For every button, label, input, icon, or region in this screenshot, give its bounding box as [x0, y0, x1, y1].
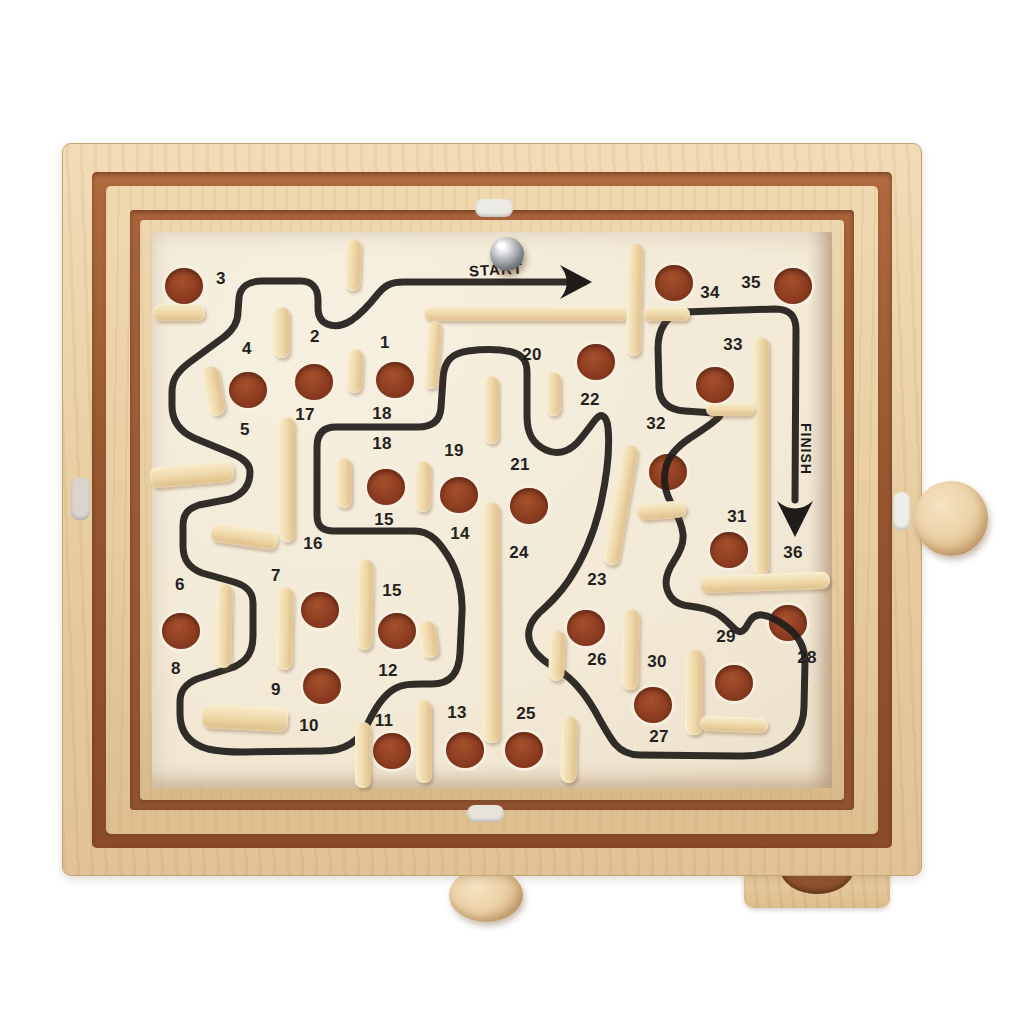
- hole-number: 28: [797, 648, 817, 668]
- wall-stick: [753, 337, 769, 575]
- hole-number: 14: [450, 524, 470, 544]
- maze-hole: [769, 605, 807, 641]
- hole-number: 29: [716, 627, 736, 647]
- maze-hole: [295, 364, 333, 400]
- wall-stick: [483, 502, 500, 743]
- maze-hole: [303, 668, 341, 704]
- hole-number: 24: [509, 543, 529, 563]
- hole-number: 2: [310, 327, 320, 347]
- maze-hole: [373, 733, 411, 769]
- gimbal-pivot-top: [475, 199, 513, 217]
- steel-ball: [490, 237, 524, 271]
- hole-number: 31: [727, 507, 747, 527]
- hole-number: 27: [649, 727, 669, 747]
- hole-number: 26: [587, 650, 607, 670]
- maze-hole: [577, 344, 615, 380]
- maze-hole: [567, 610, 605, 646]
- maze-hole: [376, 362, 414, 398]
- hole-number: 18: [372, 434, 392, 454]
- maze-hole: [301, 592, 339, 628]
- wall-stick: [201, 704, 288, 732]
- wall-stick: [484, 376, 499, 444]
- hole-number: 9: [271, 680, 281, 700]
- hole-number: 15: [374, 510, 394, 530]
- hole-number: 4: [242, 339, 252, 359]
- wall-stick: [621, 609, 639, 690]
- hole-number: 23: [587, 570, 607, 590]
- wall-stick: [344, 239, 362, 292]
- wall-stick: [424, 306, 628, 321]
- hole-number: 5: [240, 420, 250, 440]
- hole-number: 20: [522, 345, 542, 365]
- maze-hole: [774, 268, 812, 304]
- hole-number: 18: [372, 404, 392, 424]
- maze-hole: [634, 687, 672, 723]
- hole-number: 22: [580, 390, 600, 410]
- maze-hole: [649, 454, 687, 490]
- hole-number: 7: [271, 566, 281, 586]
- hole-number: 10: [299, 716, 319, 736]
- hole-number: 11: [375, 711, 394, 731]
- floor-shading: [808, 232, 832, 788]
- hole-number: 19: [444, 441, 464, 461]
- maze-hole: [696, 367, 734, 403]
- wall-stick: [336, 458, 352, 508]
- hole-number: 16: [303, 534, 323, 554]
- labyrinth-board-photo: START FINISH 123456789101112131415151617…: [0, 0, 1024, 1024]
- hole-number: 6: [175, 575, 185, 595]
- wall-stick: [355, 722, 371, 788]
- hole-number: 30: [647, 652, 667, 672]
- gimbal-pivot-left: [71, 478, 90, 520]
- hole-number: 35: [741, 273, 761, 293]
- wall-stick: [560, 716, 577, 783]
- maze-hole: [229, 372, 267, 408]
- hole-number: 36: [783, 543, 803, 563]
- hole-number: 32: [646, 414, 666, 434]
- wall-stick: [279, 417, 295, 542]
- wall-stick: [416, 700, 432, 783]
- wall-stick: [415, 461, 432, 512]
- hole-number: 3: [216, 269, 226, 289]
- wall-stick: [643, 307, 690, 321]
- wall-stick: [700, 716, 768, 733]
- maze-hole: [440, 477, 478, 513]
- maze-hole: [446, 732, 484, 768]
- finish-label: FINISH: [798, 419, 814, 479]
- hole-number: 25: [516, 704, 536, 724]
- hole-number: 33: [723, 335, 743, 355]
- hole-number: 21: [510, 455, 530, 475]
- maze-hole: [710, 532, 748, 568]
- hole-number: 1: [380, 333, 390, 353]
- maze-hole: [165, 268, 203, 304]
- tilt-knob-bottom[interactable]: [449, 868, 523, 922]
- hole-number: 8: [171, 659, 181, 679]
- hole-number: 15: [382, 581, 402, 601]
- hole-number: 17: [295, 405, 315, 425]
- wall-stick: [273, 307, 290, 358]
- wall-stick: [546, 372, 561, 416]
- wall-stick: [548, 630, 566, 682]
- maze-hole: [367, 469, 405, 505]
- wall-stick: [153, 304, 205, 321]
- wall-stick: [626, 243, 643, 356]
- maze-hole: [655, 265, 693, 301]
- maze-hole: [378, 613, 416, 649]
- hole-number: 34: [700, 283, 720, 303]
- gimbal-pivot-right: [893, 492, 910, 530]
- hole-number: 12: [378, 661, 398, 681]
- hole-number: 13: [447, 703, 467, 723]
- wall-stick: [706, 403, 754, 416]
- gimbal-pivot-bottom: [467, 805, 504, 822]
- wall-stick: [215, 584, 232, 668]
- maze-hole: [715, 665, 753, 701]
- maze-hole: [162, 613, 200, 649]
- wall-stick: [346, 349, 364, 394]
- tilt-knob-right[interactable]: [914, 481, 988, 556]
- maze-hole: [505, 732, 543, 768]
- maze-hole: [510, 488, 548, 524]
- wall-stick: [636, 500, 686, 520]
- wall-stick: [356, 559, 374, 650]
- wall-stick: [276, 587, 293, 670]
